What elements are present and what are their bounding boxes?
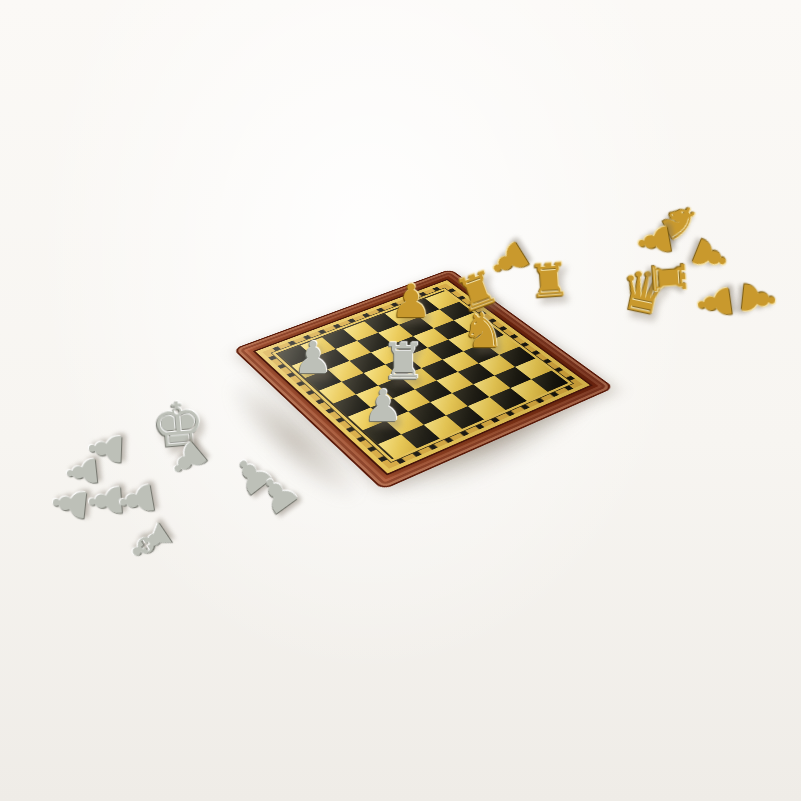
piece-gold-pawn-e7: ♟	[390, 278, 431, 324]
piece-silver-pawn-b3: ♟	[363, 384, 402, 428]
piece-gold-pawn: ♟	[734, 277, 782, 321]
piece-gold-rook: ♜	[645, 257, 692, 299]
product-photo-scene: ♟♜♞♟♜♟♜♛♚♟♞♟♟♜♟♟♟♟♟♟♟♟♟♟♝	[0, 0, 801, 801]
piece-gold-knight-f4: ♞	[461, 306, 504, 354]
piece-gold-pawn: ♟	[631, 219, 679, 263]
piece-silver-pawn-b6: ♟	[293, 336, 332, 380]
